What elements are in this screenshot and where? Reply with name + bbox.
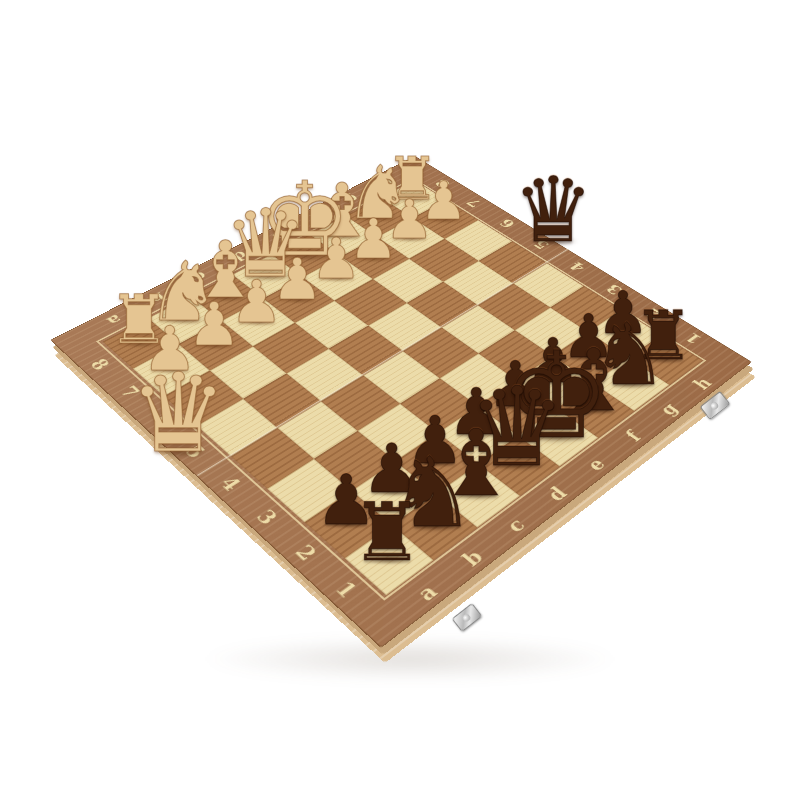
file-label-near-c: c — [501, 513, 530, 536]
chess-set-photo: aabbccddeeffgghh1122334455667788 ♜♞♝♛♚♝♞… — [0, 0, 800, 800]
rank-label-left-3: 3 — [251, 505, 283, 528]
spare-light-queen: ♛ — [129, 359, 227, 468]
file-label-near-a: a — [411, 579, 442, 605]
spare-dark-queen: ♛ — [513, 166, 593, 256]
file-label-near-h: h — [688, 373, 717, 392]
rank-label-left-1: 1 — [330, 577, 363, 603]
piece-dark-rook-a1: ♜ — [351, 492, 423, 572]
rank-label-left-2: 2 — [290, 540, 322, 565]
